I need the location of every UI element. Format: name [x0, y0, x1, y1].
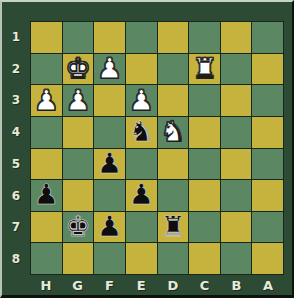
- square-e6[interactable]: ♟: [126, 180, 157, 211]
- square-f8[interactable]: [94, 243, 125, 274]
- square-e4[interactable]: ♞: [126, 117, 157, 148]
- rank-label-7: 7: [2, 212, 30, 244]
- square-h4[interactable]: [31, 117, 62, 148]
- square-c4[interactable]: [189, 117, 220, 148]
- square-b1[interactable]: [221, 22, 252, 53]
- file-label-e: E: [125, 275, 157, 295]
- square-h8[interactable]: [31, 243, 62, 274]
- square-d7[interactable]: ♜: [158, 212, 189, 243]
- square-d2[interactable]: [158, 54, 189, 85]
- square-b7[interactable]: [221, 212, 252, 243]
- piece-white-pawn[interactable]: ♟: [65, 87, 90, 115]
- square-b8[interactable]: [221, 243, 252, 274]
- square-g5[interactable]: [63, 149, 94, 180]
- square-e2[interactable]: [126, 54, 157, 85]
- square-a2[interactable]: [252, 54, 283, 85]
- square-b5[interactable]: [221, 149, 252, 180]
- piece-white-rook[interactable]: ♜: [192, 55, 217, 83]
- square-b3[interactable]: [221, 85, 252, 116]
- square-a4[interactable]: [252, 117, 283, 148]
- square-h2[interactable]: [31, 54, 62, 85]
- square-f3[interactable]: [94, 85, 125, 116]
- piece-black-pawn[interactable]: ♟: [34, 181, 59, 209]
- piece-black-pawn[interactable]: ♟: [97, 150, 122, 178]
- rank-label-6: 6: [2, 180, 30, 212]
- file-label-h: H: [30, 275, 62, 295]
- file-label-c: C: [189, 275, 221, 295]
- square-g2[interactable]: ♚: [63, 54, 94, 85]
- square-c6[interactable]: [189, 180, 220, 211]
- square-c1[interactable]: [189, 22, 220, 53]
- square-h1[interactable]: [31, 22, 62, 53]
- piece-white-king[interactable]: ♚: [65, 55, 90, 83]
- square-d5[interactable]: [158, 149, 189, 180]
- piece-black-pawn[interactable]: ♟: [129, 181, 154, 209]
- square-a6[interactable]: [252, 180, 283, 211]
- piece-black-rook[interactable]: ♜: [160, 213, 185, 241]
- square-d6[interactable]: [158, 180, 189, 211]
- square-e3[interactable]: ♟: [126, 85, 157, 116]
- square-c5[interactable]: [189, 149, 220, 180]
- piece-white-pawn[interactable]: ♟: [97, 55, 122, 83]
- square-c2[interactable]: ♜: [189, 54, 220, 85]
- file-labels: HGFEDCBA: [30, 275, 284, 295]
- square-b2[interactable]: [221, 54, 252, 85]
- square-a3[interactable]: [252, 85, 283, 116]
- piece-white-pawn[interactable]: ♟: [129, 87, 154, 115]
- square-a1[interactable]: [252, 22, 283, 53]
- square-d8[interactable]: [158, 243, 189, 274]
- file-label-f: F: [94, 275, 126, 295]
- square-e1[interactable]: [126, 22, 157, 53]
- rank-label-1: 1: [2, 21, 30, 53]
- square-e5[interactable]: [126, 149, 157, 180]
- square-e7[interactable]: [126, 212, 157, 243]
- piece-black-pawn[interactable]: ♟: [97, 213, 122, 241]
- square-f1[interactable]: [94, 22, 125, 53]
- square-g6[interactable]: [63, 180, 94, 211]
- square-g7[interactable]: ♚: [63, 212, 94, 243]
- square-a5[interactable]: [252, 149, 283, 180]
- square-h5[interactable]: [31, 149, 62, 180]
- square-c7[interactable]: [189, 212, 220, 243]
- file-label-d: D: [157, 275, 189, 295]
- file-label-b: B: [221, 275, 253, 295]
- square-h6[interactable]: ♟: [31, 180, 62, 211]
- square-g8[interactable]: [63, 243, 94, 274]
- piece-black-knight[interactable]: ♞: [129, 118, 154, 146]
- piece-black-king[interactable]: ♚: [65, 213, 90, 241]
- square-g4[interactable]: [63, 117, 94, 148]
- square-f6[interactable]: [94, 180, 125, 211]
- square-b6[interactable]: [221, 180, 252, 211]
- square-a7[interactable]: [252, 212, 283, 243]
- square-f5[interactable]: ♟: [94, 149, 125, 180]
- rank-label-5: 5: [2, 148, 30, 180]
- square-d3[interactable]: [158, 85, 189, 116]
- square-a8[interactable]: [252, 243, 283, 274]
- rank-label-4: 4: [2, 116, 30, 148]
- square-f7[interactable]: ♟: [94, 212, 125, 243]
- piece-white-pawn[interactable]: ♟: [34, 87, 59, 115]
- square-d1[interactable]: [158, 22, 189, 53]
- rank-label-2: 2: [2, 53, 30, 85]
- file-label-a: A: [252, 275, 284, 295]
- rank-label-3: 3: [2, 85, 30, 117]
- chess-board: ♚♟♜♟♟♟♞♞♟♟♟♚♟♜: [30, 21, 284, 275]
- square-d4[interactable]: ♞: [158, 117, 189, 148]
- square-f2[interactable]: ♟: [94, 54, 125, 85]
- square-c3[interactable]: [189, 85, 220, 116]
- square-f4[interactable]: [94, 117, 125, 148]
- square-h7[interactable]: [31, 212, 62, 243]
- square-b4[interactable]: [221, 117, 252, 148]
- rank-labels: 12345678: [2, 21, 30, 275]
- square-h3[interactable]: ♟: [31, 85, 62, 116]
- file-label-g: G: [62, 275, 94, 295]
- square-e8[interactable]: [126, 243, 157, 274]
- square-g1[interactable]: [63, 22, 94, 53]
- piece-white-knight[interactable]: ♞: [160, 118, 185, 146]
- rank-label-8: 8: [2, 243, 30, 275]
- square-g3[interactable]: ♟: [63, 85, 94, 116]
- square-c8[interactable]: [189, 243, 220, 274]
